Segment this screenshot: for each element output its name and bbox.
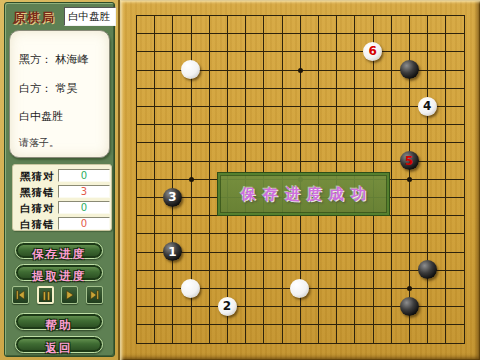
save-success-message: 保存进度成功 (234, 185, 373, 204)
counter-label-black-wrong: 黑猜错 (20, 186, 55, 200)
load-progress-label: 提取进度 (32, 269, 86, 283)
go-stone-white-move-6: 6 (363, 42, 382, 61)
go-stone-black-move-5: 5 (400, 151, 419, 170)
grid-line-h (136, 343, 465, 344)
go-stone-white (181, 279, 200, 298)
counter-value-white-wrong: 0 (58, 217, 110, 230)
skip-forward-icon (87, 287, 102, 303)
move-number-label: 5 (400, 151, 419, 170)
save-progress-label: 保存进度 (32, 247, 86, 261)
counter-label-black-correct: 黑猜对 (20, 170, 55, 184)
go-stone-black (418, 260, 437, 279)
go-stone-white (181, 60, 200, 79)
counter-row-white-wrong: 白猜错0 (13, 218, 111, 231)
original-game-label: 原棋局 (13, 9, 55, 27)
go-board[interactable]: 645312 保存进度成功 (118, 0, 480, 360)
play-icon (62, 287, 77, 303)
skip-back-icon (13, 287, 28, 303)
star-point (298, 68, 303, 73)
save-success-toast: 保存进度成功 (218, 173, 389, 215)
game-info-panel: 黑方： 林海峰 白方： 常昊 白中盘胜 请落子。 (9, 30, 110, 158)
black-player-label: 黑方： 林海峰 (19, 52, 89, 67)
guess-counters-panel: 黑猜对0黑猜错3白猜对0白猜错0 (12, 164, 112, 231)
counter-label-white-correct: 白猜对 (20, 202, 55, 216)
move-number-label: 2 (218, 297, 237, 316)
move-number-label: 6 (363, 42, 382, 61)
game-result-label: 白中盘胜 (19, 109, 63, 124)
go-stone-black (400, 297, 419, 316)
back-button[interactable]: 返回 (15, 336, 103, 353)
grid-line-v (391, 15, 392, 344)
help-label: 帮助 (46, 318, 73, 332)
go-stone-black-move-1: 1 (163, 242, 182, 261)
skip-forward-button[interactable] (86, 286, 103, 304)
go-stone-white-move-2: 2 (218, 297, 237, 316)
result-textbox[interactable]: 白中盘胜 (64, 7, 116, 26)
sidebar: 原棋局 白中盘胜 黑方： 林海峰 白方： 常昊 白中盘胜 请落子。 黑猜对0黑猜… (0, 0, 118, 360)
skip-back-button[interactable] (12, 286, 29, 304)
grid-line-h (136, 215, 465, 216)
move-number-label: 3 (163, 188, 182, 207)
grid-line-v (445, 15, 446, 344)
pause-button[interactable] (37, 286, 54, 304)
star-point (189, 177, 194, 182)
grid-line-v (427, 15, 428, 344)
counter-value-black-wrong: 3 (58, 185, 110, 198)
grid-line-v (464, 15, 465, 344)
counter-value-black-correct: 0 (58, 169, 110, 182)
save-progress-button[interactable]: 保存进度 (15, 242, 103, 259)
grid-line-h (136, 252, 465, 253)
grid-line-h (136, 324, 465, 325)
counter-label-white-wrong: 白猜错 (20, 218, 55, 232)
move-number-label: 1 (163, 242, 182, 261)
counter-row-black-wrong: 黑猜错3 (13, 186, 111, 199)
pause-icon (39, 288, 54, 304)
playback-controls (12, 285, 103, 304)
back-label: 返回 (46, 341, 73, 355)
go-stone-white-move-4: 4 (418, 97, 437, 116)
help-button[interactable]: 帮助 (15, 313, 103, 330)
app-window: 原棋局 白中盘胜 黑方： 林海峰 白方： 常昊 白中盘胜 请落子。 黑猜对0黑猜… (0, 0, 480, 360)
go-stone-black-move-3: 3 (163, 188, 182, 207)
grid-line-h (136, 233, 465, 234)
counter-value-white-correct: 0 (58, 201, 110, 214)
move-number-label: 4 (418, 97, 437, 116)
prompt-label: 请落子。 (19, 136, 59, 150)
play-button[interactable] (61, 286, 78, 304)
counter-row-white-correct: 白猜对0 (13, 202, 111, 215)
white-player-label: 白方： 常昊 (19, 81, 78, 96)
counter-row-black-correct: 黑猜对0 (13, 170, 111, 183)
star-point (407, 177, 412, 182)
go-stone-black (400, 60, 419, 79)
star-point (407, 286, 412, 291)
load-progress-button[interactable]: 提取进度 (15, 264, 103, 281)
grid-line-h (136, 270, 465, 271)
go-stone-white (290, 279, 309, 298)
